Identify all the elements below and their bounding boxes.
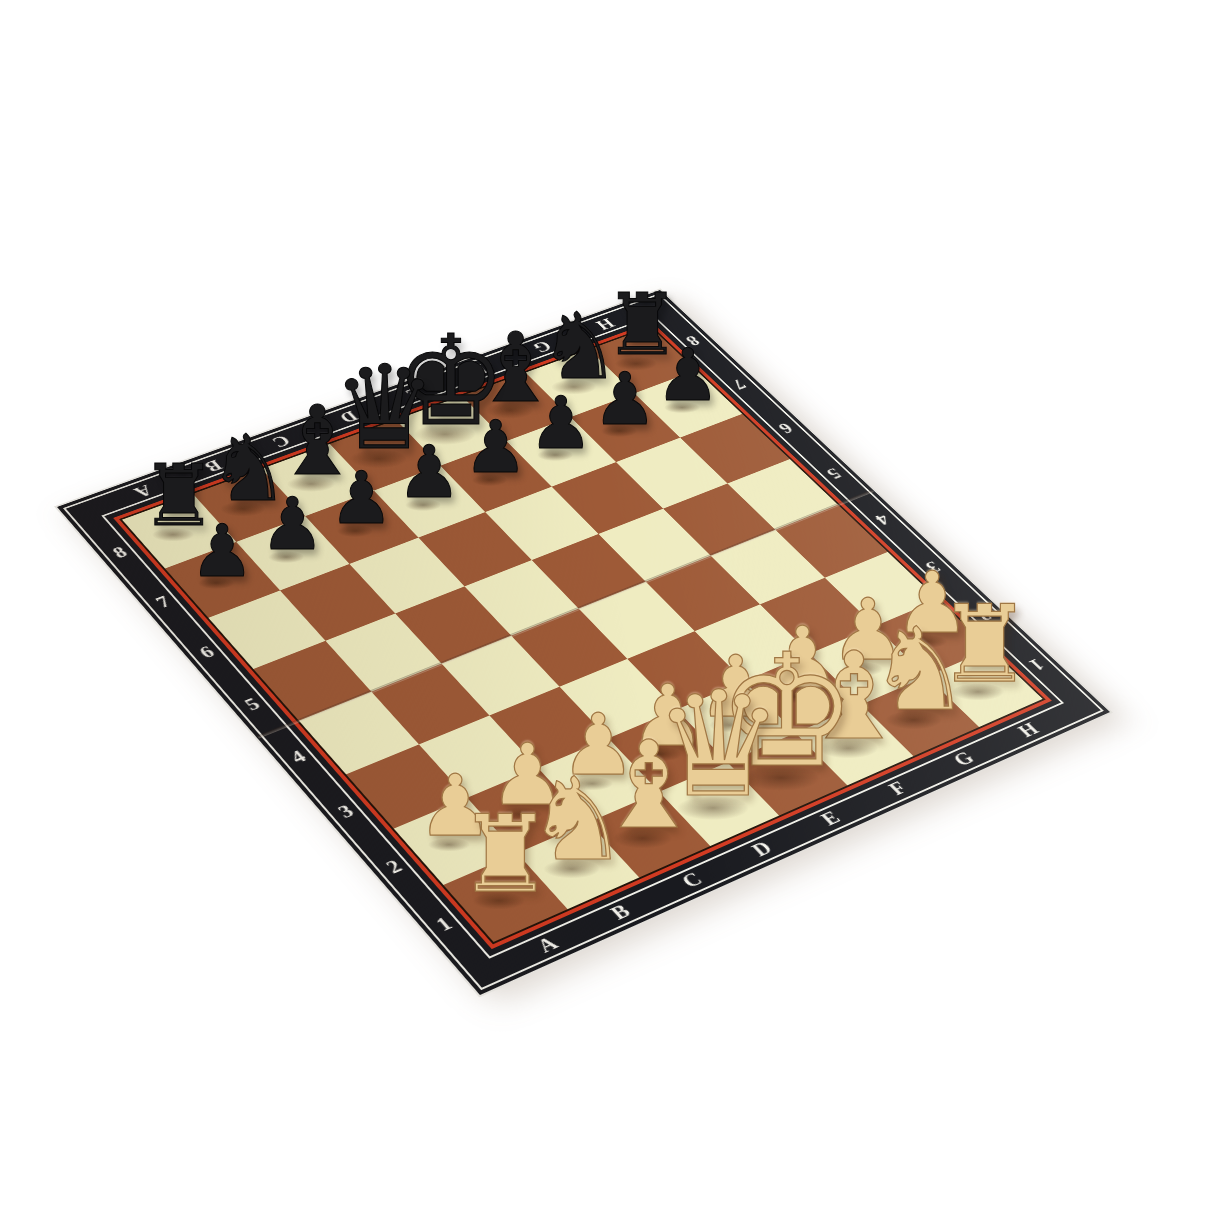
rank-label-left-7: 7 [142,589,184,615]
rank-label-left-8: 8 [99,540,140,566]
piece-black-pawn-f7[interactable]: ♟ [528,386,593,458]
file-label-near-b: B [598,897,643,928]
chessboard-product-photo: AABBCCDDEEFFGGHH1122334455667788 ♜♞♝♛♚♝♞… [0,0,1214,1214]
piece-black-pawn-c7[interactable]: ♟ [329,462,394,534]
piece-black-pawn-d7[interactable]: ♟ [397,436,462,508]
piece-black-pawn-b7[interactable]: ♟ [260,488,325,560]
file-label-near-e: E [809,804,852,833]
file-label-near-a: A [525,929,570,960]
piece-black-pawn-e7[interactable]: ♟ [463,411,528,483]
file-label-near-f: F [876,774,919,802]
file-label-near-g: G [942,745,984,773]
piece-black-pawn-a7[interactable]: ♟ [190,514,255,586]
file-label-near-c: C [670,865,714,895]
piece-black-pawn-g7[interactable]: ♟ [593,362,658,434]
file-label-near-d: D [740,834,784,863]
piece-black-pawn-h7[interactable]: ♟ [655,339,720,411]
piece-white-rook-a1[interactable]: ♜ [457,802,552,908]
file-label-near-h: H [1007,716,1049,743]
